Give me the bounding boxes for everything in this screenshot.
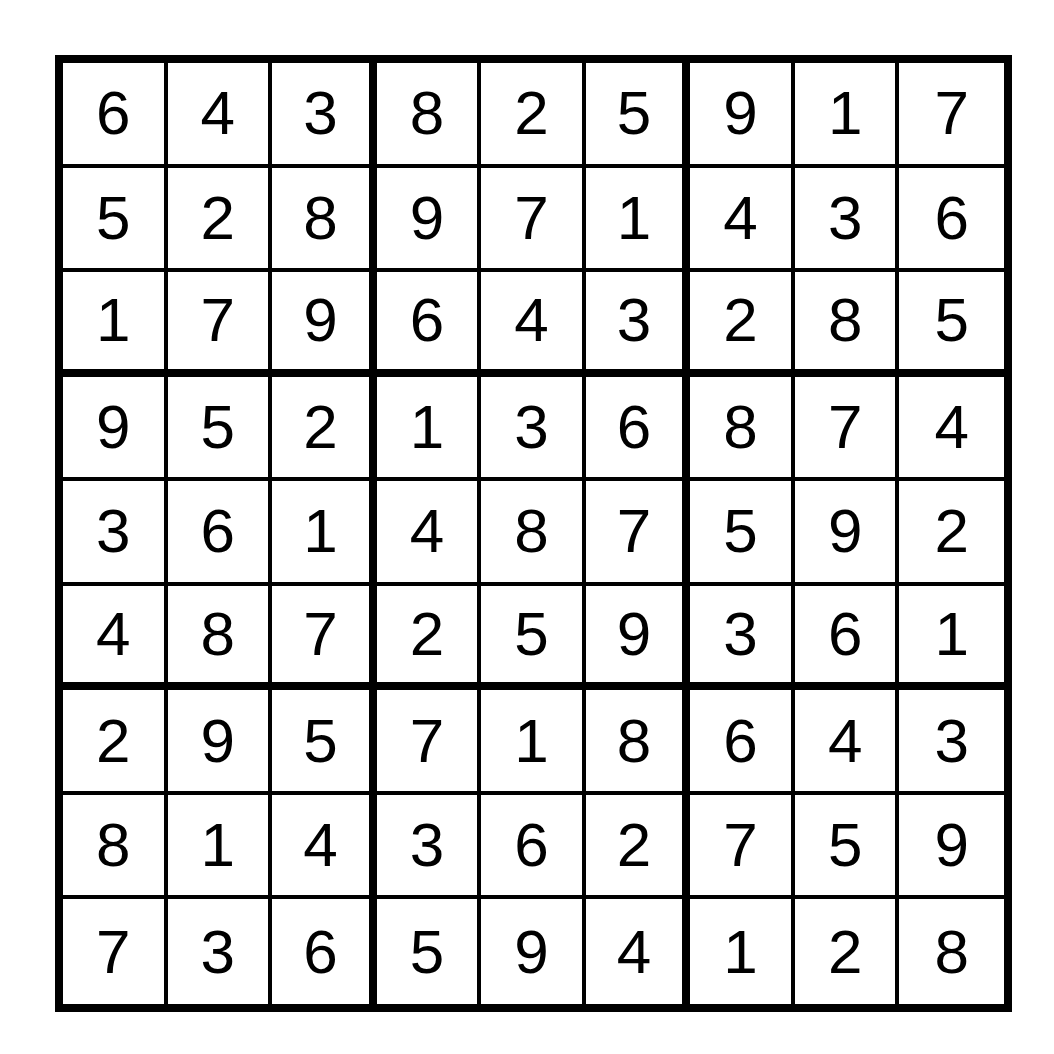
cell-r6c4[interactable]: 2 [377,586,482,691]
cell-r2c3[interactable]: 8 [272,168,377,273]
cell-digit: 1 [201,814,235,876]
cell-digit: 5 [828,814,862,876]
cell-r1c4[interactable]: 8 [377,63,482,168]
cell-r6c6[interactable]: 9 [586,586,691,691]
cell-digit: 5 [96,187,130,249]
cell-r2c6[interactable]: 1 [586,168,691,273]
cell-digit: 9 [828,500,862,562]
cell-r2c8[interactable]: 3 [795,168,900,273]
cell-r6c9[interactable]: 1 [899,586,1004,691]
cell-digit: 1 [723,921,757,983]
cell-r5c9[interactable]: 2 [899,481,1004,586]
cell-r7c4[interactable]: 7 [377,690,482,795]
cell-r6c5[interactable]: 5 [481,586,586,691]
cell-r7c3[interactable]: 5 [272,690,377,795]
cell-digit: 7 [828,396,862,458]
cell-digit: 2 [723,289,757,351]
cell-digit: 2 [410,603,444,665]
cell-digit: 2 [617,814,651,876]
cell-digit: 7 [303,603,337,665]
cell-r5c2[interactable]: 6 [168,481,273,586]
cell-digit: 9 [303,289,337,351]
cell-digit: 5 [514,603,548,665]
cell-r7c2[interactable]: 9 [168,690,273,795]
cell-digit: 9 [410,187,444,249]
cell-r6c1[interactable]: 4 [63,586,168,691]
cell-r9c6[interactable]: 4 [586,899,691,1004]
cell-r8c1[interactable]: 8 [63,795,168,900]
cell-digit: 6 [617,396,651,458]
cell-r2c1[interactable]: 5 [63,168,168,273]
cell-r1c1[interactable]: 6 [63,63,168,168]
cell-r4c5[interactable]: 3 [481,377,586,482]
cell-digit: 8 [201,603,235,665]
cell-digit: 5 [201,396,235,458]
cell-digit: 6 [96,82,130,144]
cell-r9c8[interactable]: 2 [795,899,900,1004]
cell-digit: 1 [934,603,968,665]
cell-r6c2[interactable]: 8 [168,586,273,691]
cell-digit: 9 [723,82,757,144]
cell-digit: 5 [303,710,337,772]
cell-digit: 5 [410,921,444,983]
cell-r4c6[interactable]: 6 [586,377,691,482]
cell-r2c7[interactable]: 4 [690,168,795,273]
cell-r8c4[interactable]: 3 [377,795,482,900]
cell-r9c1[interactable]: 7 [63,899,168,1004]
cell-r5c3[interactable]: 1 [272,481,377,586]
cell-digit: 4 [828,710,862,772]
cell-digit: 8 [303,187,337,249]
cell-r2c4[interactable]: 9 [377,168,482,273]
cell-digit: 7 [96,921,130,983]
cell-r7c1[interactable]: 2 [63,690,168,795]
cell-r5c8[interactable]: 9 [795,481,900,586]
cell-r4c1[interactable]: 9 [63,377,168,482]
cell-r4c7[interactable]: 8 [690,377,795,482]
cell-r5c5[interactable]: 8 [481,481,586,586]
cell-digit: 3 [96,500,130,562]
cell-digit: 9 [934,814,968,876]
cell-r7c6[interactable]: 8 [586,690,691,795]
cell-digit: 3 [617,289,651,351]
cell-digit: 2 [96,710,130,772]
cell-r1c9[interactable]: 7 [899,63,1004,168]
cell-digit: 7 [934,82,968,144]
cell-digit: 3 [723,603,757,665]
cell-digit: 6 [828,603,862,665]
cell-r7c9[interactable]: 3 [899,690,1004,795]
cell-digit: 2 [303,396,337,458]
cell-r6c3[interactable]: 7 [272,586,377,691]
cell-r8c5[interactable]: 6 [481,795,586,900]
cell-digit: 9 [96,396,130,458]
cell-r2c2[interactable]: 2 [168,168,273,273]
cell-r5c1[interactable]: 3 [63,481,168,586]
cell-digit: 4 [934,396,968,458]
cell-digit: 3 [514,396,548,458]
cell-r4c8[interactable]: 7 [795,377,900,482]
cell-r4c3[interactable]: 2 [272,377,377,482]
cell-r9c5[interactable]: 9 [481,899,586,1004]
cell-r1c7[interactable]: 9 [690,63,795,168]
cell-r8c3[interactable]: 4 [272,795,377,900]
cell-digit: 4 [96,603,130,665]
cell-digit: 8 [410,82,444,144]
cell-r4c2[interactable]: 5 [168,377,273,482]
cell-digit: 3 [828,187,862,249]
cell-r1c8[interactable]: 1 [795,63,900,168]
cell-digit: 1 [828,82,862,144]
cell-digit: 6 [723,710,757,772]
cell-digit: 3 [410,814,444,876]
cell-digit: 7 [617,500,651,562]
cell-r8c9[interactable]: 9 [899,795,1004,900]
cell-r1c2[interactable]: 4 [168,63,273,168]
cell-r7c5[interactable]: 1 [481,690,586,795]
cell-r8c7[interactable]: 7 [690,795,795,900]
cell-r3c6[interactable]: 3 [586,272,691,377]
cell-r3c7[interactable]: 2 [690,272,795,377]
cell-r2c9[interactable]: 6 [899,168,1004,273]
cell-digit: 7 [201,289,235,351]
cell-digit: 4 [201,82,235,144]
cell-r5c7[interactable]: 5 [690,481,795,586]
cell-digit: 3 [303,82,337,144]
cell-digit: 8 [514,500,548,562]
cell-r7c8[interactable]: 4 [795,690,900,795]
cell-r1c5[interactable]: 2 [481,63,586,168]
cell-digit: 1 [514,710,548,772]
cell-r3c4[interactable]: 6 [377,272,482,377]
cell-digit: 8 [723,396,757,458]
cell-r9c2[interactable]: 3 [168,899,273,1004]
cell-r3c3[interactable]: 9 [272,272,377,377]
cell-r1c6[interactable]: 5 [586,63,691,168]
cell-digit: 3 [201,921,235,983]
cell-r3c2[interactable]: 7 [168,272,273,377]
cell-digit: 7 [410,710,444,772]
cell-digit: 8 [96,814,130,876]
cell-digit: 6 [303,921,337,983]
cell-r9c3[interactable]: 6 [272,899,377,1004]
cell-r3c9[interactable]: 5 [899,272,1004,377]
cell-r3c1[interactable]: 1 [63,272,168,377]
cell-digit: 7 [723,814,757,876]
cell-digit: 4 [410,500,444,562]
cell-r5c4[interactable]: 4 [377,481,482,586]
cell-r6c8[interactable]: 6 [795,586,900,691]
cell-digit: 8 [934,921,968,983]
sudoku-board: 6438259175289714361796432859521368743614… [55,55,1012,1012]
cell-r7c7[interactable]: 6 [690,690,795,795]
cell-r8c6[interactable]: 2 [586,795,691,900]
cell-r9c4[interactable]: 5 [377,899,482,1004]
cell-digit: 4 [514,289,548,351]
cell-digit: 9 [617,603,651,665]
cell-digit: 2 [934,500,968,562]
cell-digit: 5 [723,500,757,562]
cell-digit: 8 [617,710,651,772]
cell-digit: 1 [410,396,444,458]
cell-r9c9[interactable]: 8 [899,899,1004,1004]
cell-digit: 2 [514,82,548,144]
cell-r3c8[interactable]: 8 [795,272,900,377]
cell-digit: 4 [723,187,757,249]
cell-r9c7[interactable]: 1 [690,899,795,1004]
cell-digit: 4 [303,814,337,876]
cell-digit: 4 [617,921,651,983]
cell-r4c4[interactable]: 1 [377,377,482,482]
cell-digit: 9 [201,710,235,772]
cell-r1c3[interactable]: 3 [272,63,377,168]
cell-r8c2[interactable]: 1 [168,795,273,900]
cell-digit: 6 [410,289,444,351]
cell-digit: 3 [934,710,968,772]
cell-digit: 7 [514,187,548,249]
cell-digit: 2 [828,921,862,983]
cell-digit: 5 [617,82,651,144]
cell-r8c8[interactable]: 5 [795,795,900,900]
cell-digit: 9 [514,921,548,983]
cell-digit: 1 [303,500,337,562]
cell-digit: 6 [514,814,548,876]
cell-digit: 2 [201,187,235,249]
cell-digit: 6 [934,187,968,249]
cell-r2c5[interactable]: 7 [481,168,586,273]
cell-r5c6[interactable]: 7 [586,481,691,586]
cell-r3c5[interactable]: 4 [481,272,586,377]
cell-digit: 1 [617,187,651,249]
cell-digit: 5 [934,289,968,351]
cell-r4c9[interactable]: 4 [899,377,1004,482]
cell-digit: 1 [96,289,130,351]
cell-r6c7[interactable]: 3 [690,586,795,691]
cell-digit: 8 [828,289,862,351]
cell-digit: 6 [201,500,235,562]
